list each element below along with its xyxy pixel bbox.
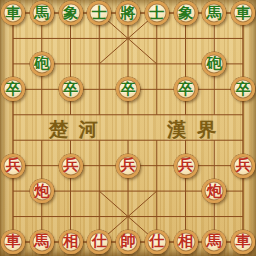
- piece-red-cannon[interactable]: 炮: [30, 179, 54, 203]
- piece-red-general[interactable]: 帥: [116, 230, 140, 254]
- piece-black-horse[interactable]: 馬: [30, 1, 54, 25]
- piece-black-elephant[interactable]: 象: [59, 1, 83, 25]
- piece-red-chariot[interactable]: 車: [1, 230, 25, 254]
- piece-red-soldier[interactable]: 兵: [231, 154, 255, 178]
- piece-black-cannon[interactable]: 砲: [30, 52, 54, 76]
- piece-red-elephant[interactable]: 相: [59, 230, 83, 254]
- piece-black-advisor[interactable]: 士: [145, 1, 169, 25]
- piece-black-chariot[interactable]: 車: [1, 1, 25, 25]
- piece-red-horse[interactable]: 馬: [30, 230, 54, 254]
- piece-red-chariot[interactable]: 車: [231, 230, 255, 254]
- piece-red-elephant[interactable]: 相: [174, 230, 198, 254]
- piece-red-soldier[interactable]: 兵: [116, 154, 140, 178]
- river-label-chu-he: 楚河: [49, 117, 109, 143]
- xiangqi-board-screen: 楚河 漢界 車馬象士將士象馬車砲砲卒卒卒卒卒兵兵兵兵兵炮炮車馬相仕帥仕相馬車: [0, 0, 256, 256]
- piece-red-advisor[interactable]: 仕: [145, 230, 169, 254]
- piece-black-soldier[interactable]: 卒: [174, 77, 198, 101]
- piece-red-soldier[interactable]: 兵: [1, 154, 25, 178]
- river-label-han-jie: 漢界: [167, 117, 227, 143]
- piece-black-cannon[interactable]: 砲: [202, 52, 226, 76]
- piece-red-soldier[interactable]: 兵: [174, 154, 198, 178]
- piece-red-soldier[interactable]: 兵: [59, 154, 83, 178]
- piece-black-soldier[interactable]: 卒: [59, 77, 83, 101]
- piece-black-elephant[interactable]: 象: [174, 1, 198, 25]
- piece-black-general[interactable]: 將: [116, 1, 140, 25]
- piece-black-chariot[interactable]: 車: [231, 1, 255, 25]
